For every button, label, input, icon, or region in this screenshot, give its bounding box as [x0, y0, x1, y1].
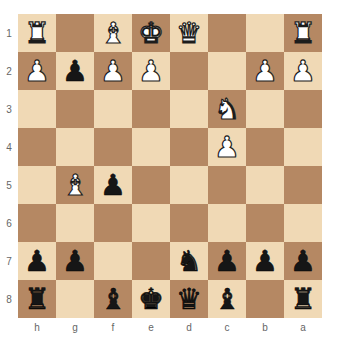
square-f6[interactable]	[94, 204, 132, 242]
rank-labels: 12345678	[0, 14, 18, 318]
square-b5[interactable]	[246, 166, 284, 204]
black-pawn-g7: ♟	[62, 242, 88, 280]
square-d2[interactable]	[170, 52, 208, 90]
square-g1[interactable]	[56, 14, 94, 52]
square-h8[interactable]: ♜	[18, 280, 56, 318]
square-a4[interactable]	[284, 128, 322, 166]
black-pawn-f5: ♟	[100, 166, 126, 204]
gutter-corner	[0, 318, 18, 333]
square-b4[interactable]	[246, 128, 284, 166]
rank-label-1: 1	[0, 14, 18, 52]
square-d6[interactable]	[170, 204, 208, 242]
square-f8[interactable]: ♝	[94, 280, 132, 318]
square-f1[interactable]: ♝	[94, 14, 132, 52]
square-b1[interactable]	[246, 14, 284, 52]
square-f2[interactable]: ♟	[94, 52, 132, 90]
square-a2[interactable]: ♟	[284, 52, 322, 90]
square-b7[interactable]: ♟	[246, 242, 284, 280]
chess-diagram-page: { "game": "chess", "position": "r1bqkb1r…	[0, 0, 340, 337]
square-a3[interactable]	[284, 90, 322, 128]
square-a6[interactable]	[284, 204, 322, 242]
file-label-h: h	[18, 318, 56, 333]
rank-label-8: 8	[0, 280, 18, 318]
square-h7[interactable]: ♟	[18, 242, 56, 280]
file-label-b: b	[246, 318, 284, 333]
white-queen-d1: ♛	[176, 14, 202, 52]
square-g6[interactable]	[56, 204, 94, 242]
file-label-a: a	[284, 318, 322, 333]
square-g3[interactable]	[56, 90, 94, 128]
black-rook-a8: ♜	[290, 280, 316, 318]
white-pawn-c4: ♟	[214, 128, 240, 166]
rank-label-6: 6	[0, 204, 18, 242]
white-rook-a1: ♜	[290, 14, 316, 52]
white-rook-h1: ♜	[24, 14, 50, 52]
square-d3[interactable]	[170, 90, 208, 128]
white-king-e1: ♚	[138, 14, 164, 52]
rank-label-2: 2	[0, 52, 18, 90]
file-labels: hgfedcba	[18, 318, 322, 333]
white-pawn-b2: ♟	[252, 52, 278, 90]
square-f3[interactable]	[94, 90, 132, 128]
black-knight-d7: ♞	[176, 242, 202, 280]
white-bishop-g5: ♝	[62, 166, 88, 204]
square-h2[interactable]: ♟	[18, 52, 56, 90]
white-pawn-a2: ♟	[290, 52, 316, 90]
black-bishop-c8: ♝	[214, 280, 240, 318]
square-f5[interactable]: ♟	[94, 166, 132, 204]
square-b2[interactable]: ♟	[246, 52, 284, 90]
file-label-g: g	[56, 318, 94, 333]
white-pawn-e2: ♟	[138, 52, 164, 90]
square-c4[interactable]: ♟	[208, 128, 246, 166]
square-b3[interactable]	[246, 90, 284, 128]
square-h4[interactable]	[18, 128, 56, 166]
square-h6[interactable]	[18, 204, 56, 242]
rank-label-3: 3	[0, 90, 18, 128]
black-pawn-a7: ♟	[290, 242, 316, 280]
square-d7[interactable]: ♞	[170, 242, 208, 280]
square-c1[interactable]	[208, 14, 246, 52]
chess-board-diagram: 12345678 ♜♝♚♛♜♟♟♟♟♟♟♞♟♝♟♟♟♞♟♟♟♜♝♚♛♝♜ hgf…	[0, 0, 340, 333]
square-c6[interactable]	[208, 204, 246, 242]
rank-label-4: 4	[0, 128, 18, 166]
black-rook-h8: ♜	[24, 280, 50, 318]
square-c5[interactable]	[208, 166, 246, 204]
white-bishop-f1: ♝	[100, 14, 126, 52]
white-knight-c3: ♞	[214, 90, 240, 128]
square-f4[interactable]	[94, 128, 132, 166]
square-d1[interactable]: ♛	[170, 14, 208, 52]
square-e3[interactable]	[132, 90, 170, 128]
square-c2[interactable]	[208, 52, 246, 90]
square-f7[interactable]	[94, 242, 132, 280]
square-e1[interactable]: ♚	[132, 14, 170, 52]
rank-label-7: 7	[0, 242, 18, 280]
square-b6[interactable]	[246, 204, 284, 242]
square-g8[interactable]	[56, 280, 94, 318]
rank-label-5: 5	[0, 166, 18, 204]
black-pawn-c7: ♟	[214, 242, 240, 280]
square-h5[interactable]	[18, 166, 56, 204]
file-label-d: d	[170, 318, 208, 333]
black-pawn-b7: ♟	[252, 242, 278, 280]
square-d5[interactable]	[170, 166, 208, 204]
white-pawn-h2: ♟	[24, 52, 50, 90]
square-e7[interactable]	[132, 242, 170, 280]
white-pawn-f2: ♟	[100, 52, 126, 90]
square-g2[interactable]: ♟	[56, 52, 94, 90]
square-a5[interactable]	[284, 166, 322, 204]
board: ♜♝♚♛♜♟♟♟♟♟♟♞♟♝♟♟♟♞♟♟♟♜♝♚♛♝♜	[18, 14, 322, 318]
square-h1[interactable]: ♜	[18, 14, 56, 52]
square-a8[interactable]: ♜	[284, 280, 322, 318]
black-pawn-g2: ♟	[62, 52, 88, 90]
square-b8[interactable]	[246, 280, 284, 318]
file-label-c: c	[208, 318, 246, 333]
square-c3[interactable]: ♞	[208, 90, 246, 128]
file-label-f: f	[94, 318, 132, 333]
square-e6[interactable]	[132, 204, 170, 242]
square-e8[interactable]: ♚	[132, 280, 170, 318]
square-c8[interactable]: ♝	[208, 280, 246, 318]
square-d8[interactable]: ♛	[170, 280, 208, 318]
black-pawn-h7: ♟	[24, 242, 50, 280]
square-c7[interactable]: ♟	[208, 242, 246, 280]
square-a7[interactable]: ♟	[284, 242, 322, 280]
square-a1[interactable]: ♜	[284, 14, 322, 52]
square-h3[interactable]	[18, 90, 56, 128]
square-g5[interactable]: ♝	[56, 166, 94, 204]
square-g7[interactable]: ♟	[56, 242, 94, 280]
black-queen-d8: ♛	[176, 280, 202, 318]
file-label-e: e	[132, 318, 170, 333]
square-d4[interactable]	[170, 128, 208, 166]
black-bishop-f8: ♝	[100, 280, 126, 318]
square-e5[interactable]	[132, 166, 170, 204]
square-g4[interactable]	[56, 128, 94, 166]
square-e4[interactable]	[132, 128, 170, 166]
square-e2[interactable]: ♟	[132, 52, 170, 90]
black-king-e8: ♚	[138, 280, 164, 318]
